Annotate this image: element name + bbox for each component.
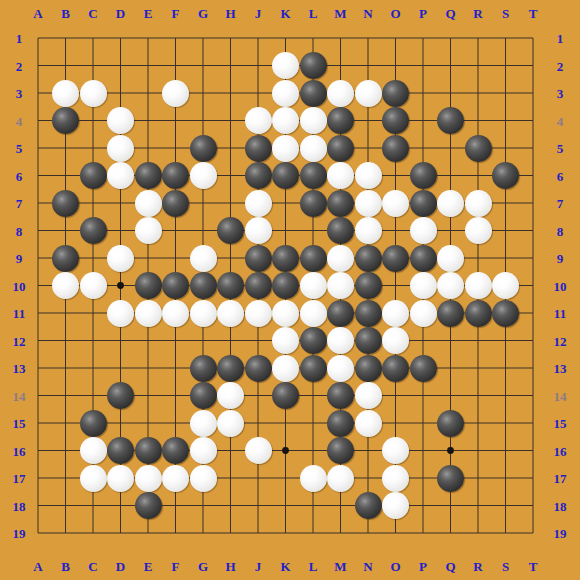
stone-black-C15	[80, 410, 107, 437]
stone-white-K4	[272, 107, 299, 134]
stone-black-N13	[355, 355, 382, 382]
row-label-right-3: 3	[557, 87, 564, 100]
stone-white-G17	[190, 465, 217, 492]
row-label-left-1: 1	[16, 32, 23, 45]
row-label-left-9: 9	[16, 252, 23, 265]
col-label-bottom-H: H	[225, 560, 235, 573]
col-label-top-B: B	[61, 7, 70, 20]
row-label-right-18: 18	[554, 499, 567, 512]
row-label-right-17: 17	[554, 472, 567, 485]
row-label-left-19: 19	[13, 527, 26, 540]
go-board[interactable]: AABBCCDDEEFFGGHHJJKKLLMMNNOOPPQQRRSSTT11…	[0, 0, 580, 580]
stone-black-F7	[162, 190, 189, 217]
col-label-top-E: E	[144, 7, 153, 20]
col-label-top-R: R	[473, 7, 482, 20]
stone-black-M4	[327, 107, 354, 134]
stone-white-J4	[245, 107, 272, 134]
stone-black-P9	[410, 245, 437, 272]
stone-white-O18	[382, 492, 409, 519]
stone-black-M5	[327, 135, 354, 162]
row-label-left-2: 2	[16, 59, 23, 72]
stone-white-E11	[135, 300, 162, 327]
stone-white-C10	[80, 272, 107, 299]
col-label-bottom-C: C	[88, 560, 97, 573]
stone-black-J9	[245, 245, 272, 272]
col-label-top-P: P	[419, 7, 427, 20]
col-label-bottom-N: N	[363, 560, 372, 573]
col-label-bottom-O: O	[390, 560, 400, 573]
row-label-left-14: 14	[13, 389, 26, 402]
col-label-top-J: J	[255, 7, 262, 20]
row-label-left-8: 8	[16, 224, 23, 237]
stone-black-J5	[245, 135, 272, 162]
stone-white-M12	[327, 327, 354, 354]
col-label-top-L: L	[309, 7, 318, 20]
col-label-bottom-Q: Q	[445, 560, 455, 573]
col-label-bottom-A: A	[33, 560, 42, 573]
stone-white-O17	[382, 465, 409, 492]
stone-white-M17	[327, 465, 354, 492]
stone-white-D6	[107, 162, 134, 189]
stone-white-J8	[245, 217, 272, 244]
row-label-left-12: 12	[13, 334, 26, 347]
stone-black-K6	[272, 162, 299, 189]
stone-white-C16	[80, 437, 107, 464]
stone-white-E8	[135, 217, 162, 244]
stone-white-L11	[300, 300, 327, 327]
col-label-bottom-D: D	[116, 560, 125, 573]
stone-black-G5	[190, 135, 217, 162]
stone-black-M14	[327, 382, 354, 409]
stone-black-B4	[52, 107, 79, 134]
stone-white-D11	[107, 300, 134, 327]
stone-white-M13	[327, 355, 354, 382]
stone-black-M7	[327, 190, 354, 217]
stone-black-S11	[492, 300, 519, 327]
stone-white-K11	[272, 300, 299, 327]
stone-black-O13	[382, 355, 409, 382]
stone-black-D16	[107, 437, 134, 464]
row-label-left-3: 3	[16, 87, 23, 100]
stone-black-E6	[135, 162, 162, 189]
col-label-top-H: H	[225, 7, 235, 20]
col-label-top-D: D	[116, 7, 125, 20]
stone-white-K13	[272, 355, 299, 382]
stone-white-K12	[272, 327, 299, 354]
stone-white-J16	[245, 437, 272, 464]
stone-white-Q10	[437, 272, 464, 299]
stone-white-C3	[80, 80, 107, 107]
stone-white-J7	[245, 190, 272, 217]
col-label-bottom-E: E	[144, 560, 153, 573]
row-label-right-6: 6	[557, 169, 564, 182]
stone-black-L12	[300, 327, 327, 354]
stone-white-G11	[190, 300, 217, 327]
stone-white-O12	[382, 327, 409, 354]
row-label-right-2: 2	[557, 59, 564, 72]
stone-white-B10	[52, 272, 79, 299]
col-label-top-Q: Q	[445, 7, 455, 20]
stone-black-C8	[80, 217, 107, 244]
col-label-top-T: T	[529, 7, 538, 20]
stone-black-G10	[190, 272, 217, 299]
row-label-left-13: 13	[13, 362, 26, 375]
col-label-top-S: S	[502, 7, 509, 20]
stone-white-M6	[327, 162, 354, 189]
stone-white-M3	[327, 80, 354, 107]
stone-black-B9	[52, 245, 79, 272]
col-label-bottom-T: T	[529, 560, 538, 573]
col-label-bottom-M: M	[334, 560, 346, 573]
stone-white-N15	[355, 410, 382, 437]
stone-black-L7	[300, 190, 327, 217]
stone-black-G14	[190, 382, 217, 409]
row-label-left-18: 18	[13, 499, 26, 512]
stone-black-H10	[217, 272, 244, 299]
stone-white-N14	[355, 382, 382, 409]
row-label-right-10: 10	[554, 279, 567, 292]
col-label-bottom-J: J	[255, 560, 262, 573]
stone-black-L9	[300, 245, 327, 272]
row-label-left-15: 15	[13, 417, 26, 430]
stone-white-O11	[382, 300, 409, 327]
stone-black-O4	[382, 107, 409, 134]
stone-black-L13	[300, 355, 327, 382]
col-label-bottom-R: R	[473, 560, 482, 573]
stone-black-Q17	[437, 465, 464, 492]
stone-black-Q15	[437, 410, 464, 437]
stone-white-H15	[217, 410, 244, 437]
stone-black-R5	[465, 135, 492, 162]
stone-black-J10	[245, 272, 272, 299]
stone-black-Q4	[437, 107, 464, 134]
col-label-top-N: N	[363, 7, 372, 20]
row-label-right-8: 8	[557, 224, 564, 237]
col-label-top-M: M	[334, 7, 346, 20]
stone-white-L17	[300, 465, 327, 492]
col-label-bottom-G: G	[198, 560, 208, 573]
col-label-top-O: O	[390, 7, 400, 20]
stone-white-P11	[410, 300, 437, 327]
stone-black-M15	[327, 410, 354, 437]
stone-black-C6	[80, 162, 107, 189]
stone-white-F11	[162, 300, 189, 327]
stone-black-L3	[300, 80, 327, 107]
stone-white-G15	[190, 410, 217, 437]
col-label-bottom-K: K	[280, 560, 290, 573]
row-label-right-13: 13	[554, 362, 567, 375]
stone-white-G6	[190, 162, 217, 189]
stone-white-R8	[465, 217, 492, 244]
stone-black-O9	[382, 245, 409, 272]
stone-white-L4	[300, 107, 327, 134]
col-label-top-C: C	[88, 7, 97, 20]
stone-white-L10	[300, 272, 327, 299]
stone-black-E18	[135, 492, 162, 519]
row-label-right-4: 4	[557, 114, 564, 127]
stone-white-R7	[465, 190, 492, 217]
stone-white-K2	[272, 52, 299, 79]
stone-black-N18	[355, 492, 382, 519]
row-label-left-5: 5	[16, 142, 23, 155]
stone-white-G9	[190, 245, 217, 272]
row-label-left-11: 11	[13, 307, 25, 320]
stone-white-O7	[382, 190, 409, 217]
stone-black-O3	[382, 80, 409, 107]
col-label-top-F: F	[172, 7, 180, 20]
row-label-right-16: 16	[554, 444, 567, 457]
stone-black-K9	[272, 245, 299, 272]
col-label-bottom-F: F	[172, 560, 180, 573]
stone-white-N3	[355, 80, 382, 107]
stone-black-L2	[300, 52, 327, 79]
stone-white-N7	[355, 190, 382, 217]
row-label-left-17: 17	[13, 472, 26, 485]
stone-black-Q11	[437, 300, 464, 327]
stone-black-J13	[245, 355, 272, 382]
col-label-bottom-L: L	[309, 560, 318, 573]
stone-black-L6	[300, 162, 327, 189]
stone-black-N11	[355, 300, 382, 327]
stone-white-R10	[465, 272, 492, 299]
stone-black-P13	[410, 355, 437, 382]
row-label-right-9: 9	[557, 252, 564, 265]
stone-white-K3	[272, 80, 299, 107]
stone-white-H11	[217, 300, 244, 327]
stone-white-N8	[355, 217, 382, 244]
stone-white-B3	[52, 80, 79, 107]
stone-white-Q7	[437, 190, 464, 217]
stone-black-F16	[162, 437, 189, 464]
stone-white-F3	[162, 80, 189, 107]
row-label-right-5: 5	[557, 142, 564, 155]
stone-black-R11	[465, 300, 492, 327]
stone-black-N12	[355, 327, 382, 354]
row-label-left-7: 7	[16, 197, 23, 210]
row-label-left-16: 16	[13, 444, 26, 457]
row-label-right-15: 15	[554, 417, 567, 430]
stone-black-P7	[410, 190, 437, 217]
stone-white-C17	[80, 465, 107, 492]
stone-black-G13	[190, 355, 217, 382]
stone-black-K10	[272, 272, 299, 299]
col-label-top-G: G	[198, 7, 208, 20]
stone-white-E7	[135, 190, 162, 217]
stone-black-M16	[327, 437, 354, 464]
row-label-left-10: 10	[13, 279, 26, 292]
stone-black-J6	[245, 162, 272, 189]
stone-white-E17	[135, 465, 162, 492]
stone-white-D17	[107, 465, 134, 492]
stone-black-N10	[355, 272, 382, 299]
stone-white-L5	[300, 135, 327, 162]
stone-black-H8	[217, 217, 244, 244]
stone-white-K5	[272, 135, 299, 162]
col-label-bottom-S: S	[502, 560, 509, 573]
stone-white-P8	[410, 217, 437, 244]
row-label-right-11: 11	[554, 307, 566, 320]
stone-black-M11	[327, 300, 354, 327]
stone-white-M10	[327, 272, 354, 299]
col-label-top-K: K	[280, 7, 290, 20]
stone-white-D4	[107, 107, 134, 134]
stone-white-N6	[355, 162, 382, 189]
col-label-top-A: A	[33, 7, 42, 20]
stone-white-S10	[492, 272, 519, 299]
stone-white-D9	[107, 245, 134, 272]
col-label-bottom-P: P	[419, 560, 427, 573]
stone-white-M9	[327, 245, 354, 272]
stone-black-H13	[217, 355, 244, 382]
stone-black-E10	[135, 272, 162, 299]
row-label-right-14: 14	[554, 389, 567, 402]
stone-white-G16	[190, 437, 217, 464]
stone-black-B7	[52, 190, 79, 217]
stone-white-Q9	[437, 245, 464, 272]
stone-white-J11	[245, 300, 272, 327]
row-label-right-1: 1	[557, 32, 564, 45]
row-label-left-6: 6	[16, 169, 23, 182]
row-label-right-19: 19	[554, 527, 567, 540]
stone-black-S6	[492, 162, 519, 189]
stone-black-O5	[382, 135, 409, 162]
stone-black-M8	[327, 217, 354, 244]
row-label-left-4: 4	[16, 114, 23, 127]
stone-black-P6	[410, 162, 437, 189]
stone-black-E16	[135, 437, 162, 464]
row-label-right-12: 12	[554, 334, 567, 347]
col-label-bottom-B: B	[61, 560, 70, 573]
row-label-right-7: 7	[557, 197, 564, 210]
stone-black-K14	[272, 382, 299, 409]
stone-white-O16	[382, 437, 409, 464]
stone-black-N9	[355, 245, 382, 272]
stone-white-F17	[162, 465, 189, 492]
stone-white-H14	[217, 382, 244, 409]
stone-white-P10	[410, 272, 437, 299]
stone-black-F6	[162, 162, 189, 189]
stone-black-F10	[162, 272, 189, 299]
stone-white-D5	[107, 135, 134, 162]
stone-black-D14	[107, 382, 134, 409]
